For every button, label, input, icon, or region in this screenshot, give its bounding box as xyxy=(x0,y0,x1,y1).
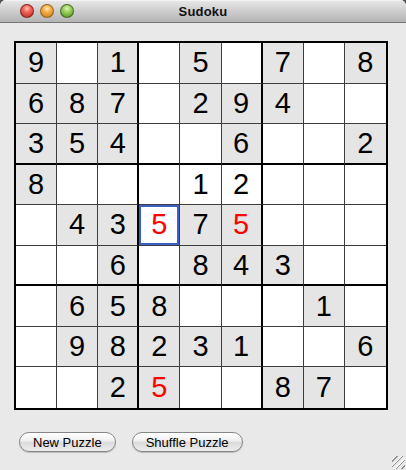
cell-r4c7[interactable] xyxy=(263,165,304,206)
cell-r4c6[interactable]: 2 xyxy=(222,165,263,206)
cell-r5c7[interactable] xyxy=(263,205,304,246)
cell-r1c9[interactable]: 8 xyxy=(345,43,386,84)
cell-r7c3[interactable]: 5 xyxy=(98,286,139,327)
cell-r5c3[interactable]: 3 xyxy=(98,205,139,246)
cell-r8c7[interactable] xyxy=(263,327,304,368)
cell-r9c4[interactable]: 5 xyxy=(139,367,180,408)
cell-r9c3[interactable]: 2 xyxy=(98,367,139,408)
cell-r2c8[interactable] xyxy=(304,84,345,125)
cell-r2c3[interactable]: 7 xyxy=(98,84,139,125)
cell-r6c9[interactable] xyxy=(345,246,386,287)
cell-r7c5[interactable] xyxy=(180,286,221,327)
cell-r5c2[interactable]: 4 xyxy=(57,205,98,246)
cell-r1c2[interactable] xyxy=(57,43,98,84)
cell-r3c3[interactable]: 4 xyxy=(98,124,139,165)
cell-r6c8[interactable] xyxy=(304,246,345,287)
cell-r8c2[interactable]: 9 xyxy=(57,327,98,368)
cell-r4c9[interactable] xyxy=(345,165,386,206)
cell-r3c7[interactable] xyxy=(263,124,304,165)
cell-r4c4[interactable] xyxy=(139,165,180,206)
cell-r8c3[interactable]: 8 xyxy=(98,327,139,368)
cell-r6c5[interactable]: 8 xyxy=(180,246,221,287)
cell-r1c1[interactable]: 9 xyxy=(16,43,57,84)
cell-r8c5[interactable]: 3 xyxy=(180,327,221,368)
sudoku-window: Sudoku 915786872943546281243575684365819… xyxy=(0,0,406,470)
cell-r7c8[interactable]: 1 xyxy=(304,286,345,327)
resize-grip-icon[interactable] xyxy=(392,456,405,469)
cell-r9c9[interactable] xyxy=(345,367,386,408)
cell-r5c4[interactable]: 5 xyxy=(139,205,180,246)
sudoku-grid: 9157868729435462812435756843658198231625… xyxy=(14,41,388,410)
cell-r3c8[interactable] xyxy=(304,124,345,165)
cell-r2c9[interactable] xyxy=(345,84,386,125)
cell-r4c5[interactable]: 1 xyxy=(180,165,221,206)
button-row: New Puzzle Shuffle Puzzle xyxy=(19,432,392,452)
title-bar[interactable]: Sudoku xyxy=(0,0,406,23)
cell-r2c1[interactable]: 6 xyxy=(16,84,57,125)
cell-r6c3[interactable]: 6 xyxy=(98,246,139,287)
cell-r6c1[interactable] xyxy=(16,246,57,287)
cell-r2c6[interactable]: 9 xyxy=(222,84,263,125)
cell-r3c4[interactable] xyxy=(139,124,180,165)
cell-r3c2[interactable]: 5 xyxy=(57,124,98,165)
cell-r1c5[interactable]: 5 xyxy=(180,43,221,84)
cell-r5c5[interactable]: 7 xyxy=(180,205,221,246)
cell-r7c1[interactable] xyxy=(16,286,57,327)
cell-r9c8[interactable]: 7 xyxy=(304,367,345,408)
cell-r5c8[interactable] xyxy=(304,205,345,246)
close-icon[interactable] xyxy=(20,4,34,18)
cell-r4c2[interactable] xyxy=(57,165,98,206)
cell-r9c7[interactable]: 8 xyxy=(263,367,304,408)
cell-r8c4[interactable]: 2 xyxy=(139,327,180,368)
cell-r2c7[interactable]: 4 xyxy=(263,84,304,125)
cell-r1c3[interactable]: 1 xyxy=(98,43,139,84)
cell-r1c8[interactable] xyxy=(304,43,345,84)
cell-r4c1[interactable]: 8 xyxy=(16,165,57,206)
cell-r2c4[interactable] xyxy=(139,84,180,125)
cell-r7c6[interactable] xyxy=(222,286,263,327)
cell-r5c9[interactable] xyxy=(345,205,386,246)
cell-r3c9[interactable]: 2 xyxy=(345,124,386,165)
cell-r9c2[interactable] xyxy=(57,367,98,408)
cell-r9c5[interactable] xyxy=(180,367,221,408)
cell-r6c6[interactable]: 4 xyxy=(222,246,263,287)
cell-r2c5[interactable]: 2 xyxy=(180,84,221,125)
cell-r7c7[interactable] xyxy=(263,286,304,327)
cell-r9c6[interactable] xyxy=(222,367,263,408)
minimize-icon[interactable] xyxy=(40,4,54,18)
cell-r3c6[interactable]: 6 xyxy=(222,124,263,165)
cell-r1c4[interactable] xyxy=(139,43,180,84)
cell-r2c2[interactable]: 8 xyxy=(57,84,98,125)
cell-r8c6[interactable]: 1 xyxy=(222,327,263,368)
cell-r3c1[interactable]: 3 xyxy=(16,124,57,165)
window-title: Sudoku xyxy=(179,4,228,19)
cell-r1c6[interactable] xyxy=(222,43,263,84)
zoom-icon[interactable] xyxy=(60,4,74,18)
cell-r7c2[interactable]: 6 xyxy=(57,286,98,327)
cell-r4c3[interactable] xyxy=(98,165,139,206)
cell-r7c4[interactable]: 8 xyxy=(139,286,180,327)
cell-r8c8[interactable] xyxy=(304,327,345,368)
new-puzzle-button[interactable]: New Puzzle xyxy=(19,432,116,452)
cell-r6c2[interactable] xyxy=(57,246,98,287)
cell-r4c8[interactable] xyxy=(304,165,345,206)
cell-r8c1[interactable] xyxy=(16,327,57,368)
cell-r5c6[interactable]: 5 xyxy=(222,205,263,246)
cell-r3c5[interactable] xyxy=(180,124,221,165)
cell-r1c7[interactable]: 7 xyxy=(263,43,304,84)
cell-r7c9[interactable] xyxy=(345,286,386,327)
cell-r5c1[interactable] xyxy=(16,205,57,246)
cell-r6c4[interactable] xyxy=(139,246,180,287)
cell-r6c7[interactable]: 3 xyxy=(263,246,304,287)
window-content: 9157868729435462812435756843658198231625… xyxy=(0,23,406,452)
shuffle-puzzle-button[interactable]: Shuffle Puzzle xyxy=(132,432,243,452)
cell-r8c9[interactable]: 6 xyxy=(345,327,386,368)
cell-r9c1[interactable] xyxy=(16,367,57,408)
